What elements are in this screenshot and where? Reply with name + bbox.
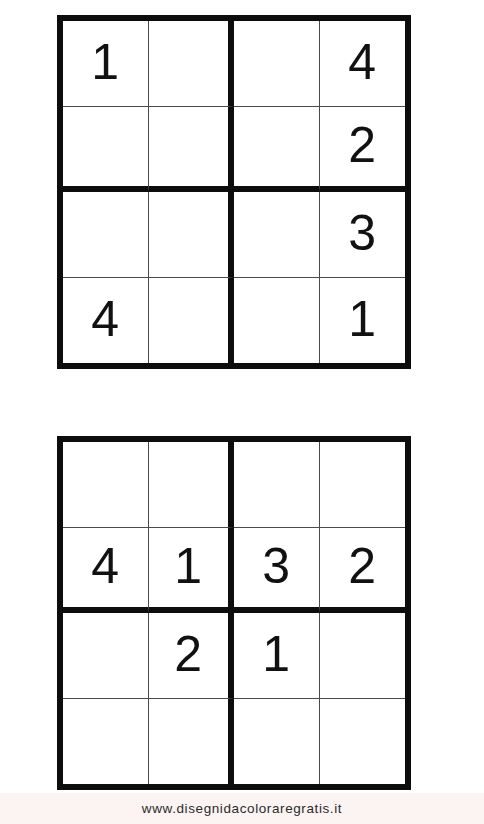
empty-cell-puzzle-2-r4c4[interactable] [320,699,406,785]
empty-cell-puzzle-2-r3c1[interactable] [63,613,149,699]
given-cell-puzzle-2-r2c4: 2 [320,528,406,614]
empty-cell-puzzle-1-r2c3[interactable] [234,107,320,193]
empty-cell-puzzle-2-r1c1[interactable] [63,442,149,528]
given-cell-puzzle-2-r2c2: 1 [149,528,235,614]
empty-cell-puzzle-2-r3c4[interactable] [320,613,406,699]
empty-cell-puzzle-1-r1c2[interactable] [149,21,235,107]
given-cell-puzzle-2-r2c3: 3 [234,528,320,614]
empty-cell-puzzle-2-r1c2[interactable] [149,442,235,528]
empty-cell-puzzle-1-r3c1[interactable] [63,192,149,278]
empty-cell-puzzle-2-r1c3[interactable] [234,442,320,528]
given-cell-puzzle-1-r3c4: 3 [320,192,406,278]
empty-cell-puzzle-2-r4c2[interactable] [149,699,235,785]
empty-cell-puzzle-2-r4c3[interactable] [234,699,320,785]
sudoku-board-top: 142341 [57,15,411,369]
empty-cell-puzzle-1-r4c3[interactable] [234,278,320,364]
watermark-url-text: www.disegnidacoloraregratis.it [142,801,342,816]
empty-cell-puzzle-1-r2c1[interactable] [63,107,149,193]
footer-watermark-band: www.disegnidacoloraregratis.it [0,793,484,824]
given-cell-puzzle-2-r3c3: 1 [234,613,320,699]
empty-cell-puzzle-1-r2c2[interactable] [149,107,235,193]
given-cell-puzzle-2-r3c2: 2 [149,613,235,699]
given-cell-puzzle-1-r4c4: 1 [320,278,406,364]
given-cell-puzzle-1-r4c1: 4 [63,278,149,364]
given-cell-puzzle-1-r1c4: 4 [320,21,406,107]
empty-cell-puzzle-2-r1c4[interactable] [320,442,406,528]
empty-cell-puzzle-2-r4c1[interactable] [63,699,149,785]
empty-cell-puzzle-1-r3c2[interactable] [149,192,235,278]
empty-cell-puzzle-1-r4c2[interactable] [149,278,235,364]
given-cell-puzzle-2-r2c1: 4 [63,528,149,614]
empty-cell-puzzle-1-r1c3[interactable] [234,21,320,107]
given-cell-puzzle-1-r1c1: 1 [63,21,149,107]
sudoku-board-bottom: 413221 [57,436,411,790]
given-cell-puzzle-1-r2c4: 2 [320,107,406,193]
sudoku-worksheet-page: 142341 413221 www.disegnidacoloraregrati… [0,0,484,824]
empty-cell-puzzle-1-r3c3[interactable] [234,192,320,278]
